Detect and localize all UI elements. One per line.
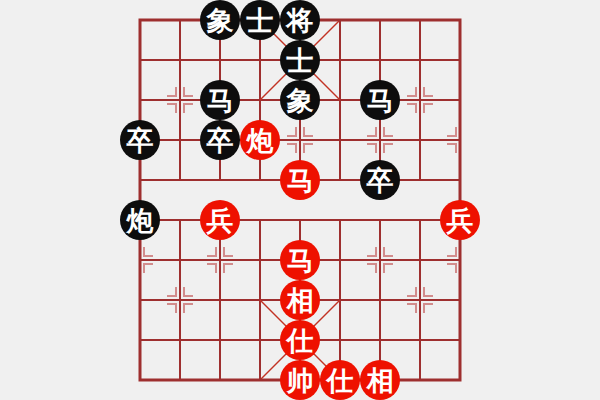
piece-red-advisor[interactable]: 仕 (320, 360, 360, 400)
piece-red-horse[interactable]: 马 (280, 160, 320, 200)
piece-red-soldier[interactable]: 兵 (200, 200, 240, 240)
piece-black-soldier[interactable]: 卒 (360, 160, 400, 200)
piece-black-advisor[interactable]: 士 (240, 0, 280, 40)
piece-black-elephant[interactable]: 象 (280, 80, 320, 120)
piece-black-soldier[interactable]: 卒 (120, 120, 160, 160)
xiangqi-board-stage: 象士将士马象马卒卒炮马卒炮兵兵马相仕帅仕相 (0, 0, 600, 400)
board[interactable]: 象士将士马象马卒卒炮马卒炮兵兵马相仕帅仕相 (120, 0, 480, 400)
piece-red-soldier[interactable]: 兵 (440, 200, 480, 240)
piece-red-elephant[interactable]: 相 (280, 280, 320, 320)
piece-black-cannon[interactable]: 炮 (120, 200, 160, 240)
piece-black-horse[interactable]: 马 (360, 80, 400, 120)
piece-red-cannon[interactable]: 炮 (240, 120, 280, 160)
piece-black-general[interactable]: 将 (280, 0, 320, 40)
piece-black-horse[interactable]: 马 (200, 80, 240, 120)
piece-red-horse[interactable]: 马 (280, 240, 320, 280)
piece-black-advisor[interactable]: 士 (280, 40, 320, 80)
piece-black-elephant[interactable]: 象 (200, 0, 240, 40)
piece-red-advisor[interactable]: 仕 (280, 320, 320, 360)
piece-red-elephant[interactable]: 相 (360, 360, 400, 400)
piece-red-general[interactable]: 帅 (280, 360, 320, 400)
piece-black-soldier[interactable]: 卒 (200, 120, 240, 160)
